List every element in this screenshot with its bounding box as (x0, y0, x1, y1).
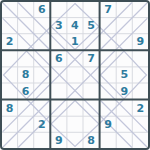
cell-r2c1[interactable] (2, 18, 17, 33)
cell-r6c4[interactable] (51, 84, 66, 99)
cell-r6c7[interactable] (101, 84, 116, 99)
cell-r9c9[interactable] (133, 133, 148, 148)
cell-r6c6[interactable] (84, 84, 99, 99)
given-digit: 1 (71, 36, 79, 47)
cell-r5c6[interactable] (84, 67, 99, 82)
cell-r5c2[interactable]: 8 (18, 67, 33, 82)
given-digit: 9 (104, 119, 112, 130)
given-digit: 2 (137, 103, 145, 114)
given-digit: 9 (137, 36, 145, 47)
cell-r7c2[interactable] (18, 101, 33, 116)
cell-r6c5[interactable] (67, 84, 82, 99)
cell-r8c3[interactable]: 2 (34, 117, 49, 132)
cell-r7c6[interactable] (84, 101, 99, 116)
cell-r5c9[interactable] (133, 67, 148, 82)
given-digit: 7 (87, 53, 95, 64)
given-digit: 5 (120, 69, 128, 80)
cell-r4c1[interactable] (2, 51, 17, 66)
cell-r5c5[interactable] (67, 67, 82, 82)
given-digit: 4 (71, 20, 79, 31)
cell-r9c1[interactable] (2, 133, 17, 148)
cell-r2c8[interactable] (117, 18, 132, 33)
given-digit: 5 (87, 20, 95, 31)
cell-r9c3[interactable] (34, 133, 49, 148)
cell-r8c2[interactable] (18, 117, 33, 132)
cell-r8c6[interactable] (84, 117, 99, 132)
cell-r2c7[interactable] (101, 18, 116, 33)
cell-r8c9[interactable] (133, 117, 148, 132)
cell-r4c9[interactable] (133, 51, 148, 66)
cell-r2c6[interactable]: 5 (84, 18, 99, 33)
cell-r3c8[interactable] (117, 34, 132, 49)
cell-r8c4[interactable] (51, 117, 66, 132)
given-digit: 2 (38, 119, 46, 130)
cell-r3c9[interactable]: 9 (133, 34, 148, 49)
cell-r1c1[interactable] (2, 2, 17, 17)
cell-r3c6[interactable] (84, 34, 99, 49)
cell-r6c9[interactable] (133, 84, 148, 99)
cell-r9c8[interactable] (117, 133, 132, 148)
given-digit: 9 (120, 86, 128, 97)
cell-r9c5[interactable] (67, 133, 82, 148)
cell-r4c4[interactable]: 6 (51, 51, 66, 66)
cell-r9c7[interactable] (101, 133, 116, 148)
cell-r3c5[interactable]: 1 (67, 34, 82, 49)
cell-r7c1[interactable]: 8 (2, 101, 17, 116)
cell-r3c2[interactable] (18, 34, 33, 49)
given-digit: 2 (6, 36, 14, 47)
cell-r2c3[interactable] (34, 18, 49, 33)
cell-r1c4[interactable] (51, 2, 66, 17)
cell-r4c6[interactable]: 7 (84, 51, 99, 66)
cell-r1c9[interactable] (133, 2, 148, 17)
cell-r1c7[interactable]: 7 (101, 2, 116, 17)
cell-r3c1[interactable]: 2 (2, 34, 17, 49)
cell-r6c3[interactable] (34, 84, 49, 99)
cell-r4c7[interactable] (101, 51, 116, 66)
cell-r4c8[interactable] (117, 51, 132, 66)
cell-r9c2[interactable] (18, 133, 33, 148)
cell-r5c8[interactable]: 5 (117, 67, 132, 82)
given-digit: 3 (55, 20, 63, 31)
cell-r4c3[interactable] (34, 51, 49, 66)
cell-r4c5[interactable] (67, 51, 82, 66)
cell-r6c8[interactable]: 9 (117, 84, 132, 99)
cell-r2c5[interactable]: 4 (67, 18, 82, 33)
cell-r1c5[interactable] (67, 2, 82, 17)
cell-r1c6[interactable] (84, 2, 99, 17)
cell-r8c7[interactable]: 9 (101, 117, 116, 132)
cell-r6c1[interactable] (2, 84, 17, 99)
given-digit: 6 (22, 86, 30, 97)
cell-r5c1[interactable] (2, 67, 17, 82)
cell-r5c3[interactable] (34, 67, 49, 82)
cell-r3c4[interactable] (51, 34, 66, 49)
cell-r7c3[interactable] (34, 101, 49, 116)
given-digit: 6 (55, 53, 63, 64)
cell-r5c7[interactable] (101, 67, 116, 82)
given-digit: 8 (6, 103, 14, 114)
cell-r4c2[interactable] (18, 51, 33, 66)
cell-r5c4[interactable] (51, 67, 66, 82)
given-digit: 9 (55, 135, 63, 146)
cell-r7c5[interactable] (67, 101, 82, 116)
given-digit: 7 (104, 4, 112, 15)
cell-r1c8[interactable] (117, 2, 132, 17)
cell-r7c4[interactable] (51, 101, 66, 116)
cell-r8c5[interactable] (67, 117, 82, 132)
cell-r8c8[interactable] (117, 117, 132, 132)
cell-r8c1[interactable] (2, 117, 17, 132)
cell-r2c4[interactable]: 3 (51, 18, 66, 33)
given-digit: 8 (22, 69, 30, 80)
cell-r7c7[interactable] (101, 101, 116, 116)
cell-r3c7[interactable] (101, 34, 116, 49)
cell-r2c2[interactable] (18, 18, 33, 33)
cell-r2c9[interactable] (133, 18, 148, 33)
cell-r1c2[interactable] (18, 2, 33, 17)
cell-r9c6[interactable]: 8 (84, 133, 99, 148)
cell-r7c9[interactable]: 2 (133, 101, 148, 116)
given-digit: 8 (87, 135, 95, 146)
cell-r6c2[interactable]: 6 (18, 84, 33, 99)
cell-r7c8[interactable] (117, 101, 132, 116)
sudoku-board: 67345219678569822998 (0, 0, 150, 150)
given-digit: 6 (38, 4, 46, 15)
cell-r3c3[interactable] (34, 34, 49, 49)
cell-r9c4[interactable]: 9 (51, 133, 66, 148)
cell-r1c3[interactable]: 6 (34, 2, 49, 17)
